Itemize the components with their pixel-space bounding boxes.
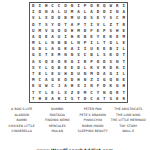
word-list-item: MULAN	[51, 129, 63, 135]
word-list-item: CINDERELLA	[12, 129, 32, 135]
grid-cell: R	[121, 96, 127, 102]
word-list-column: A BUG'S LIFEALADDINBAMBICHICKEN LITTLECI…	[4, 107, 40, 135]
word-list-column: PETER PANPETE'S DRAGONPINOCCHIOROBIN HOO…	[75, 107, 111, 135]
word-list-column: DUMBOFANTASIAFINDING NEMOHERCULESMULAN	[40, 107, 76, 135]
footer: www.WordSearchAddict.com	[0, 137, 150, 150]
word-list-item: SLEEPING BEAUTY	[78, 129, 108, 135]
word-search-grid: DIHCCONIPORQWRIIONALUMALADDINAVLXDOBMUDS…	[29, 2, 128, 103]
word-list-column: THE ARISTOCATSTHE LION KINGTHE LITTLE ME…	[111, 107, 147, 135]
word-list-item: WALL-E	[122, 129, 134, 135]
word-list: A BUG'S LIFEALADDINBAMBICHICKEN LITTLECI…	[4, 107, 146, 135]
footer-url: www.WordSearchAddict.com	[36, 148, 113, 150]
